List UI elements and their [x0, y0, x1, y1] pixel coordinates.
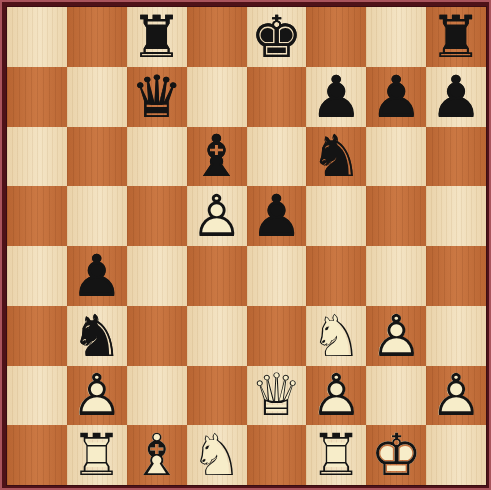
piece-outline-glyph: ♙: [187, 186, 247, 246]
square-d4[interactable]: [187, 246, 247, 306]
square-d3[interactable]: [187, 306, 247, 366]
square-g2[interactable]: [366, 366, 426, 426]
square-h3[interactable]: [426, 306, 486, 366]
square-b8[interactable]: [67, 7, 127, 67]
piece-outline-glyph: ♙: [426, 67, 486, 127]
square-h5[interactable]: [426, 186, 486, 246]
black-rook-c8: ♜♖: [127, 7, 187, 67]
square-h7[interactable]: ♟♙: [426, 67, 486, 127]
square-a7[interactable]: [7, 67, 67, 127]
piece-outline-glyph: ♙: [366, 306, 426, 366]
piece-outline-glyph: ♕: [247, 366, 307, 426]
white-rook-f1: ♜♖: [306, 425, 366, 485]
square-e8[interactable]: ♚♔: [247, 7, 307, 67]
black-queen-c7: ♛♕: [127, 67, 187, 127]
square-h2[interactable]: ♟♙: [426, 366, 486, 426]
square-g3[interactable]: ♟♙: [366, 306, 426, 366]
piece-outline-glyph: ♖: [426, 7, 486, 67]
white-pawn-b2: ♟♙: [67, 366, 127, 426]
piece-outline-glyph: ♔: [247, 7, 307, 67]
square-b5[interactable]: [67, 186, 127, 246]
square-f5[interactable]: [306, 186, 366, 246]
square-a1[interactable]: [7, 425, 67, 485]
black-pawn-f7: ♟♙: [306, 67, 366, 127]
square-d2[interactable]: [187, 366, 247, 426]
square-e2[interactable]: ♛♕: [247, 366, 307, 426]
white-knight-d1: ♞♘: [187, 425, 247, 485]
piece-outline-glyph: ♗: [187, 127, 247, 187]
piece-outline-glyph: ♙: [306, 366, 366, 426]
square-g8[interactable]: [366, 7, 426, 67]
square-e1[interactable]: [247, 425, 307, 485]
white-pawn-g3: ♟♙: [366, 306, 426, 366]
piece-outline-glyph: ♗: [127, 425, 187, 485]
square-f7[interactable]: ♟♙: [306, 67, 366, 127]
square-g4[interactable]: [366, 246, 426, 306]
square-f4[interactable]: [306, 246, 366, 306]
square-b6[interactable]: [67, 127, 127, 187]
chess-board-frame: ♜♖♚♔♜♖♛♕♟♙♟♙♟♙♝♗♞♘♟♙♟♙♟♙♞♘♞♘♟♙♟♙♛♕♟♙♟♙♜♖…: [0, 0, 491, 490]
square-c4[interactable]: [127, 246, 187, 306]
white-pawn-h2: ♟♙: [426, 366, 486, 426]
piece-outline-glyph: ♙: [247, 186, 307, 246]
square-g6[interactable]: [366, 127, 426, 187]
black-knight-f6: ♞♘: [306, 127, 366, 187]
square-d5[interactable]: ♟♙: [187, 186, 247, 246]
white-queen-e2: ♛♕: [247, 366, 307, 426]
square-e7[interactable]: [247, 67, 307, 127]
square-c2[interactable]: [127, 366, 187, 426]
square-e5[interactable]: ♟♙: [247, 186, 307, 246]
square-f1[interactable]: ♜♖: [306, 425, 366, 485]
square-a5[interactable]: [7, 186, 67, 246]
square-f8[interactable]: [306, 7, 366, 67]
square-a6[interactable]: [7, 127, 67, 187]
piece-outline-glyph: ♖: [67, 425, 127, 485]
black-pawn-g7: ♟♙: [366, 67, 426, 127]
square-b7[interactable]: [67, 67, 127, 127]
square-d6[interactable]: ♝♗: [187, 127, 247, 187]
black-pawn-h7: ♟♙: [426, 67, 486, 127]
piece-outline-glyph: ♘: [306, 306, 366, 366]
square-h4[interactable]: [426, 246, 486, 306]
white-knight-f3: ♞♘: [306, 306, 366, 366]
white-pawn-d5: ♟♙: [187, 186, 247, 246]
square-a4[interactable]: [7, 246, 67, 306]
square-g1[interactable]: ♚♔: [366, 425, 426, 485]
piece-outline-glyph: ♖: [127, 7, 187, 67]
square-d7[interactable]: [187, 67, 247, 127]
square-a3[interactable]: [7, 306, 67, 366]
square-f2[interactable]: ♟♙: [306, 366, 366, 426]
square-d1[interactable]: ♞♘: [187, 425, 247, 485]
square-c6[interactable]: [127, 127, 187, 187]
piece-outline-glyph: ♔: [366, 425, 426, 485]
piece-outline-glyph: ♙: [67, 246, 127, 306]
square-a8[interactable]: [7, 7, 67, 67]
square-h8[interactable]: ♜♖: [426, 7, 486, 67]
square-c8[interactable]: ♜♖: [127, 7, 187, 67]
piece-outline-glyph: ♘: [67, 306, 127, 366]
black-rook-h8: ♜♖: [426, 7, 486, 67]
black-king-e8: ♚♔: [247, 7, 307, 67]
square-c7[interactable]: ♛♕: [127, 67, 187, 127]
square-b3[interactable]: ♞♘: [67, 306, 127, 366]
square-g5[interactable]: [366, 186, 426, 246]
square-b4[interactable]: ♟♙: [67, 246, 127, 306]
white-bishop-c1: ♝♗: [127, 425, 187, 485]
square-h1[interactable]: [426, 425, 486, 485]
white-king-g1: ♚♔: [366, 425, 426, 485]
black-bishop-d6: ♝♗: [187, 127, 247, 187]
square-b1[interactable]: ♜♖: [67, 425, 127, 485]
piece-outline-glyph: ♙: [306, 67, 366, 127]
black-pawn-b4: ♟♙: [67, 246, 127, 306]
square-c1[interactable]: ♝♗: [127, 425, 187, 485]
square-e3[interactable]: [247, 306, 307, 366]
square-h6[interactable]: [426, 127, 486, 187]
piece-outline-glyph: ♙: [426, 366, 486, 426]
piece-outline-glyph: ♖: [306, 425, 366, 485]
square-c5[interactable]: [127, 186, 187, 246]
piece-outline-glyph: ♙: [67, 366, 127, 426]
square-f3[interactable]: ♞♘: [306, 306, 366, 366]
square-d8[interactable]: [187, 7, 247, 67]
black-pawn-e5: ♟♙: [247, 186, 307, 246]
square-c3[interactable]: [127, 306, 187, 366]
square-e6[interactable]: [247, 127, 307, 187]
square-b2[interactable]: ♟♙: [67, 366, 127, 426]
square-e4[interactable]: [247, 246, 307, 306]
piece-outline-glyph: ♘: [306, 127, 366, 187]
black-knight-b3: ♞♘: [67, 306, 127, 366]
white-rook-b1: ♜♖: [67, 425, 127, 485]
square-a2[interactable]: [7, 366, 67, 426]
square-g7[interactable]: ♟♙: [366, 67, 426, 127]
piece-outline-glyph: ♙: [366, 67, 426, 127]
square-f6[interactable]: ♞♘: [306, 127, 366, 187]
piece-outline-glyph: ♕: [127, 67, 187, 127]
piece-outline-glyph: ♘: [187, 425, 247, 485]
chess-board: ♜♖♚♔♜♖♛♕♟♙♟♙♟♙♝♗♞♘♟♙♟♙♟♙♞♘♞♘♟♙♟♙♛♕♟♙♟♙♜♖…: [6, 6, 487, 486]
white-pawn-f2: ♟♙: [306, 366, 366, 426]
